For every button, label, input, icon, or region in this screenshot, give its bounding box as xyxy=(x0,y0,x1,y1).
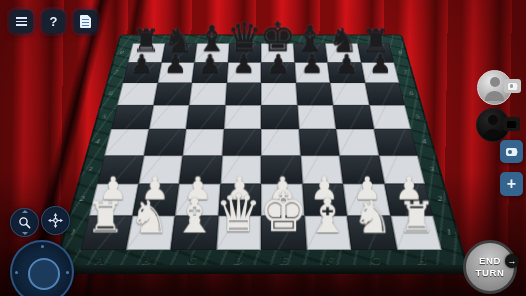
camera-view-button[interactable] xyxy=(500,140,523,163)
orbit-button[interactable] xyxy=(41,206,70,235)
camera-joystick[interactable] xyxy=(10,240,74,296)
help-button[interactable]: ? xyxy=(42,10,65,33)
end-turn-arrow-button[interactable]: → xyxy=(505,254,519,268)
person-icon xyxy=(488,115,498,125)
video-camera-icon xyxy=(508,83,517,90)
question-mark-icon: ? xyxy=(50,14,58,29)
notation-button[interactable] xyxy=(74,10,97,33)
video-camera-icon xyxy=(506,148,517,156)
add-button[interactable]: + xyxy=(500,172,523,196)
arrow-right-icon: → xyxy=(508,256,517,266)
white-player-camera-badge[interactable] xyxy=(504,79,521,93)
four-way-arrows-icon xyxy=(48,213,63,228)
hamburger-icon xyxy=(16,17,27,26)
joystick-knob[interactable] xyxy=(28,258,60,290)
menu-button[interactable] xyxy=(10,10,33,33)
person-icon xyxy=(490,77,500,87)
video-camera-icon xyxy=(507,121,516,128)
chevron-down-icon xyxy=(22,232,28,235)
zoom-button[interactable] xyxy=(10,208,39,237)
document-icon xyxy=(80,15,91,28)
plus-icon: + xyxy=(507,175,516,193)
game-stage: ♜♞♝♛♚♝♞♜♟♟♟♟♟♟♟♟♟♟♟♟♟♟♟♟♜♞♝♛♚♝♞♜ ABCDEFG… xyxy=(0,0,526,296)
magnifier-icon xyxy=(18,216,31,229)
chevron-up-icon xyxy=(22,210,28,213)
black-player-camera-badge[interactable] xyxy=(503,117,520,131)
